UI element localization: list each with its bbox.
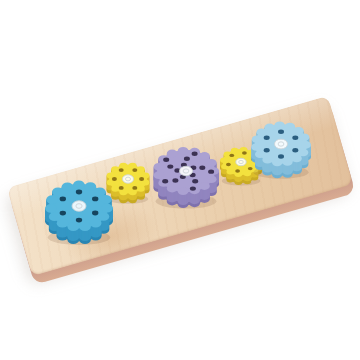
wooden-board [7, 96, 353, 276]
gear-slots-grid [7, 96, 353, 276]
product-photo-stage: Wooden gear puzzle toy: five pastel inte… [0, 0, 360, 360]
board-top-face [7, 96, 353, 276]
